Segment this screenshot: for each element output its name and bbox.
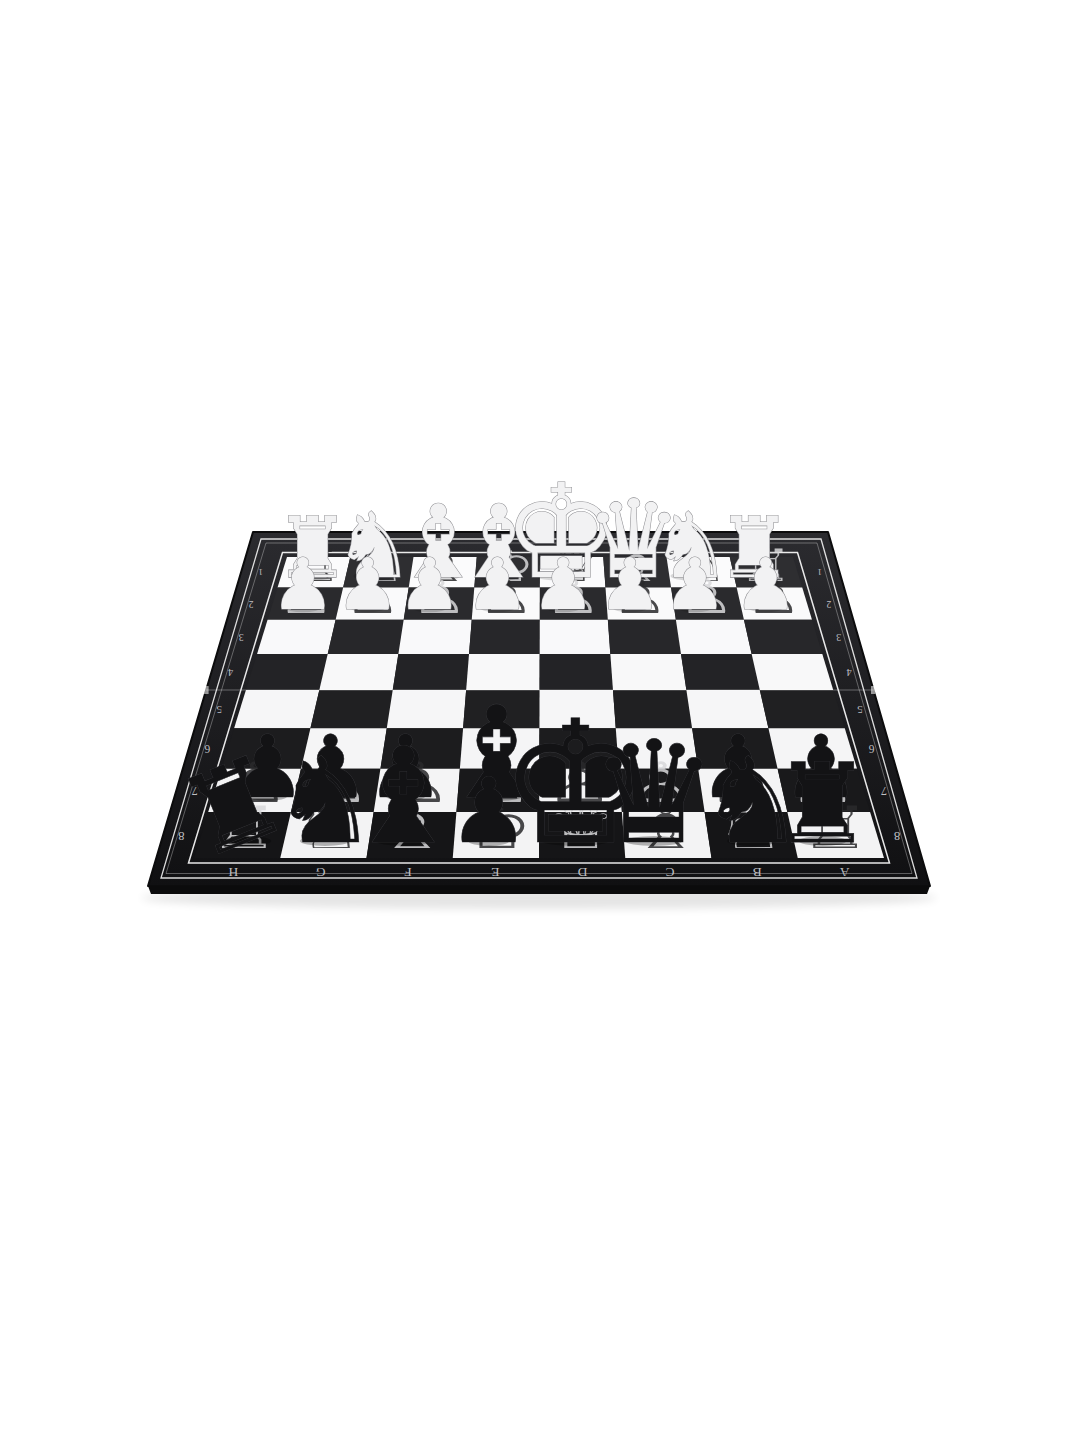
piece-white-pawn-b2: ♟ [663, 543, 727, 626]
piece-black-rook-a8: ♜ [773, 739, 872, 868]
rank-label-right-1: 1 [817, 567, 822, 577]
piece-white-pawn-d2: ♟ [531, 543, 595, 626]
piece-white-pawn-c2: ♟ [598, 543, 662, 626]
fold-hinge-right [871, 686, 876, 694]
board-near-edge-thickness [148, 886, 930, 894]
piece-white-pawn-a2: ♟ [734, 543, 798, 626]
rank-label-left-8: 8 [178, 829, 184, 843]
fold-hinge-left [204, 686, 209, 694]
rank-label-left-2: 2 [249, 599, 254, 610]
square-a4 [752, 654, 834, 690]
rank-label-right-4: 4 [846, 667, 852, 678]
rank-label-left-5: 5 [216, 704, 222, 716]
piece-white-pawn-h2: ♟ [271, 543, 335, 626]
product-photo-canvas: ♖♘♗♕♔♗♘♖♙♙♙♙♙♙♙♙♙♙♙♙♙♙♙♙♖♘♗♕♔♗♘♖HGFEDCBA… [0, 0, 1080, 1440]
square-b4 [681, 654, 760, 690]
chessboard-photo: ♖♘♗♕♔♗♘♖♙♙♙♙♙♙♙♙♙♙♙♙♙♙♙♙♖♘♗♕♔♗♘♖HGFEDCBA… [0, 0, 1080, 1440]
rank-label-right-7: 7 [881, 784, 887, 798]
piece-white-pawn-g2: ♟ [336, 543, 400, 626]
rank-label-right-2: 2 [826, 599, 831, 610]
rank-label-right-5: 5 [857, 704, 863, 716]
rank-label-left-3: 3 [239, 632, 244, 643]
rank-label-left-4: 4 [227, 667, 233, 678]
piece-black-bishop-f8: ♝ [344, 719, 463, 873]
rank-label-left-1: 1 [258, 567, 263, 577]
piece-white-pawn-f2: ♟ [398, 543, 462, 626]
rank-label-right-3: 3 [836, 632, 841, 643]
rank-label-right-8: 8 [894, 829, 900, 843]
square-h4 [246, 654, 328, 690]
piece-white-pawn-e2: ♟ [465, 543, 529, 626]
square-g4 [319, 654, 398, 690]
